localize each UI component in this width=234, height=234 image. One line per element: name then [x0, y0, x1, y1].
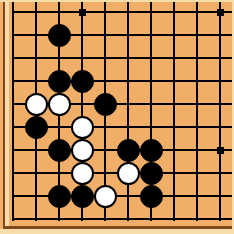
- grid-line-horizontal: [12, 34, 234, 36]
- white-stone: [71, 162, 94, 185]
- black-stone: [94, 93, 117, 116]
- grid-line-horizontal: [12, 11, 234, 13]
- white-stone: [117, 162, 140, 185]
- board-grid: [0, 0, 234, 234]
- grid-line-vertical: [127, 2, 129, 221]
- black-stone: [48, 139, 71, 162]
- black-stone: [140, 139, 163, 162]
- black-stone: [48, 24, 71, 47]
- grid-line-vertical: [173, 2, 175, 221]
- grid-line-horizontal: [12, 218, 234, 220]
- black-stone: [117, 139, 140, 162]
- board-edge-bottom-highlight: [0, 229, 234, 234]
- go-diagram: [0, 0, 234, 234]
- board-edge-left-highlight: [5, 2, 9, 226]
- black-stone: [140, 162, 163, 185]
- white-stone: [94, 185, 117, 208]
- black-stone: [25, 116, 48, 139]
- black-stone: [140, 185, 163, 208]
- board-edge-top-highlight: [0, 0, 234, 2]
- grid-line-horizontal: [12, 57, 234, 59]
- white-stone: [48, 93, 71, 116]
- star-point: [79, 9, 86, 16]
- board-edge-right-highlight: [232, 0, 234, 234]
- white-stone: [71, 116, 94, 139]
- white-stone: [71, 139, 94, 162]
- black-stone: [71, 70, 94, 93]
- grid-line-horizontal: [12, 80, 234, 82]
- star-point: [217, 147, 224, 154]
- black-stone: [48, 70, 71, 93]
- star-point: [217, 9, 224, 16]
- white-stone: [25, 93, 48, 116]
- grid-line-vertical: [219, 2, 221, 221]
- black-stone: [71, 185, 94, 208]
- black-stone: [48, 185, 71, 208]
- grid-line-vertical: [196, 2, 198, 221]
- grid-line-horizontal: [12, 195, 234, 197]
